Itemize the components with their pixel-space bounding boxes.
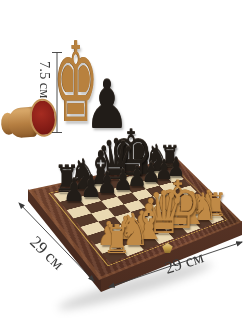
piece-a7-black-pawn: ♟ (63, 176, 85, 207)
lying-piece (0, 96, 59, 147)
product-photo-stage: ♚ ♟ ♜♞♝♛♚♝♞♜♟♟♟♟♟♟♟♟♟♟♟♟♟♟♟♟♜♞♝♛♚♝♞♜ 7.5… (0, 0, 252, 336)
piece-a1-white-rook: ♜ (103, 220, 131, 260)
height-dimension-label: 7.5 см (37, 61, 53, 98)
